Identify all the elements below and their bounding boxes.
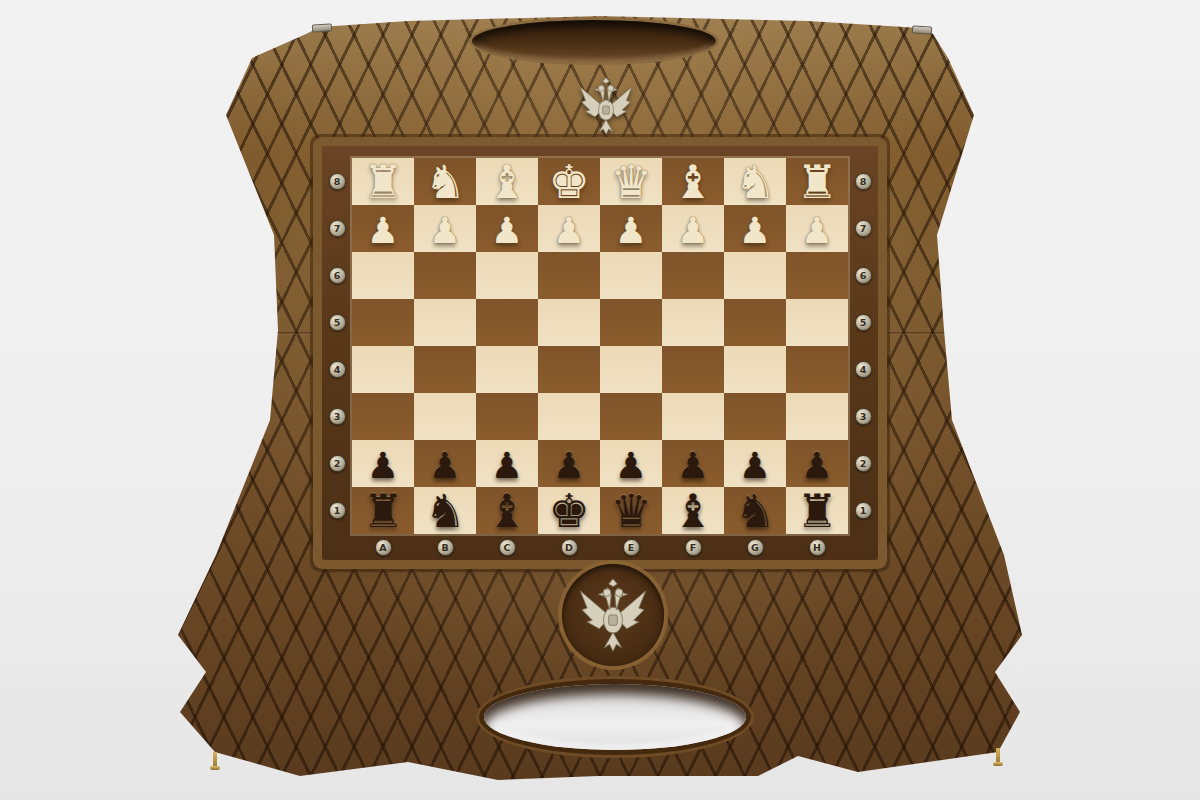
piece-white-bishop-f8[interactable]: ♝ (672, 159, 713, 205)
square-a2[interactable]: ♟ (352, 440, 414, 487)
piece-black-pawn-c2[interactable]: ♟ (491, 448, 523, 484)
brass-latch-pin (213, 752, 217, 767)
rank-label-right-2: 2 (855, 455, 872, 472)
square-d8[interactable]: ♚ (538, 158, 600, 205)
square-f3[interactable] (662, 393, 724, 440)
square-h3[interactable] (786, 393, 848, 440)
square-c8[interactable]: ♝ (476, 158, 538, 205)
square-e7[interactable]: ♟ (600, 205, 662, 252)
square-g1[interactable]: ♞ (724, 487, 786, 534)
piece-black-knight-g1[interactable]: ♞ (734, 488, 775, 534)
square-b5[interactable] (414, 299, 476, 346)
square-f7[interactable]: ♟ (662, 205, 724, 252)
piece-black-bishop-c1[interactable]: ♝ (486, 488, 527, 534)
rank-label-left-5: 5 (329, 314, 346, 331)
file-label-e: E (623, 539, 640, 556)
rank-label-left-2: 2 (329, 455, 346, 472)
square-a5[interactable] (352, 299, 414, 346)
square-b6[interactable] (414, 252, 476, 299)
rank-label-left-6: 6 (329, 267, 346, 284)
square-g7[interactable]: ♟ (724, 205, 786, 252)
rank-label-right-3: 3 (855, 408, 872, 425)
piece-black-rook-h1[interactable]: ♜ (796, 488, 837, 534)
piece-black-pawn-b2[interactable]: ♟ (429, 448, 461, 484)
square-f6[interactable] (662, 252, 724, 299)
square-f8[interactable]: ♝ (662, 158, 724, 205)
piece-white-queen-e8[interactable]: ♛ (610, 159, 651, 205)
square-c7[interactable]: ♟ (476, 205, 538, 252)
square-b7[interactable]: ♟ (414, 205, 476, 252)
piece-black-pawn-h2[interactable]: ♟ (801, 448, 833, 484)
board-grid: ♜♞♝♚♛♝♞♜♟♟♟♟♟♟♟♟♟♟♟♟♟♟♟♟♜♞♝♚♛♝♞♜ (352, 158, 848, 534)
top-handle-recess (472, 20, 716, 62)
file-label-c: C (499, 539, 516, 556)
rank-label-right-1: 1 (855, 502, 872, 519)
rank-label-left-8: 8 (329, 173, 346, 190)
square-c4[interactable] (476, 346, 538, 393)
piece-white-pawn-c7[interactable]: ♟ (491, 213, 523, 249)
piece-black-rook-a1[interactable]: ♜ (362, 488, 403, 534)
square-a8[interactable]: ♜ (352, 158, 414, 205)
square-e1[interactable]: ♛ (600, 487, 662, 534)
file-label-b: B (437, 539, 454, 556)
piece-black-king-d1[interactable]: ♚ (548, 488, 589, 534)
piece-white-bishop-c8[interactable]: ♝ (486, 159, 527, 205)
piece-white-pawn-h7[interactable]: ♟ (801, 213, 833, 249)
square-g8[interactable]: ♞ (724, 158, 786, 205)
piece-white-pawn-f7[interactable]: ♟ (677, 213, 709, 249)
square-b4[interactable] (414, 346, 476, 393)
square-f4[interactable] (662, 346, 724, 393)
piece-white-pawn-g7[interactable]: ♟ (739, 213, 771, 249)
rank-label-right-7: 7 (855, 220, 872, 237)
file-label-h: H (809, 539, 826, 556)
square-h7[interactable]: ♟ (786, 205, 848, 252)
square-c5[interactable] (476, 299, 538, 346)
square-h8[interactable]: ♜ (786, 158, 848, 205)
square-h2[interactable]: ♟ (786, 440, 848, 487)
square-d6[interactable] (538, 252, 600, 299)
rank-label-left-1: 1 (329, 502, 346, 519)
square-g3[interactable] (724, 393, 786, 440)
square-g4[interactable] (724, 346, 786, 393)
rank-label-right-8: 8 (855, 173, 872, 190)
rank-label-left-7: 7 (329, 220, 346, 237)
file-label-a: A (375, 539, 392, 556)
square-c3[interactable] (476, 393, 538, 440)
piece-black-pawn-a2[interactable]: ♟ (367, 448, 399, 484)
square-f1[interactable]: ♝ (662, 487, 724, 534)
piece-black-pawn-g2[interactable]: ♟ (739, 448, 771, 484)
square-e5[interactable] (600, 299, 662, 346)
piece-white-rook-a8[interactable]: ♜ (362, 159, 403, 205)
square-e6[interactable] (600, 252, 662, 299)
square-h4[interactable] (786, 346, 848, 393)
piece-white-knight-g8[interactable]: ♞ (734, 159, 775, 205)
square-b3[interactable] (414, 393, 476, 440)
hinge-icon (912, 25, 933, 34)
square-a4[interactable] (352, 346, 414, 393)
rank-label-right-6: 6 (855, 267, 872, 284)
square-e4[interactable] (600, 346, 662, 393)
piece-black-pawn-e2[interactable]: ♟ (615, 448, 647, 484)
file-label-g: G (747, 539, 764, 556)
square-g6[interactable] (724, 252, 786, 299)
double-headed-eagle-icon (572, 66, 640, 146)
square-d3[interactable] (538, 393, 600, 440)
square-e2[interactable]: ♟ (600, 440, 662, 487)
square-b1[interactable]: ♞ (414, 487, 476, 534)
piece-white-king-d8[interactable]: ♚ (548, 159, 589, 205)
hinge-icon (312, 23, 333, 32)
square-c1[interactable]: ♝ (476, 487, 538, 534)
square-d4[interactable] (538, 346, 600, 393)
piece-black-pawn-d2[interactable]: ♟ (553, 448, 585, 484)
square-f5[interactable] (662, 299, 724, 346)
piece-white-rook-h8[interactable]: ♜ (796, 159, 837, 205)
square-h6[interactable] (786, 252, 848, 299)
square-c2[interactable]: ♟ (476, 440, 538, 487)
file-label-f: F (685, 539, 702, 556)
square-a6[interactable] (352, 252, 414, 299)
square-c6[interactable] (476, 252, 538, 299)
brass-latch-pin (996, 748, 1000, 763)
square-b2[interactable]: ♟ (414, 440, 476, 487)
square-a7[interactable]: ♟ (352, 205, 414, 252)
board-frame: ♜♞♝♚♛♝♞♜♟♟♟♟♟♟♟♟♟♟♟♟♟♟♟♟♜♞♝♚♛♝♞♜ 8765432… (322, 146, 878, 560)
piece-black-queen-e1[interactable]: ♛ (610, 488, 651, 534)
piece-black-bishop-f1[interactable]: ♝ (672, 488, 713, 534)
piece-white-pawn-b7[interactable]: ♟ (429, 213, 461, 249)
square-d7[interactable]: ♟ (538, 205, 600, 252)
piece-white-pawn-e7[interactable]: ♟ (615, 213, 647, 249)
piece-black-knight-b1[interactable]: ♞ (424, 488, 465, 534)
square-a1[interactable]: ♜ (352, 487, 414, 534)
square-e3[interactable] (600, 393, 662, 440)
rank-label-left-3: 3 (329, 408, 346, 425)
square-h5[interactable] (786, 299, 848, 346)
square-f2[interactable]: ♟ (662, 440, 724, 487)
square-d5[interactable] (538, 299, 600, 346)
square-a3[interactable] (352, 393, 414, 440)
rank-label-right-4: 4 (855, 361, 872, 378)
scene: ♜♞♝♚♛♝♞♜♟♟♟♟♟♟♟♟♟♟♟♟♟♟♟♟♜♞♝♚♛♝♞♜ 8765432… (0, 0, 1200, 800)
square-h1[interactable]: ♜ (786, 487, 848, 534)
piece-white-knight-b8[interactable]: ♞ (424, 159, 465, 205)
rank-label-right-5: 5 (855, 314, 872, 331)
square-g2[interactable]: ♟ (724, 440, 786, 487)
bottom-handle-cutout (484, 684, 746, 750)
piece-black-pawn-f2[interactable]: ♟ (677, 448, 709, 484)
piece-white-pawn-d7[interactable]: ♟ (553, 213, 585, 249)
file-label-d: D (561, 539, 578, 556)
square-d1[interactable]: ♚ (538, 487, 600, 534)
square-e8[interactable]: ♛ (600, 158, 662, 205)
rank-label-left-4: 4 (329, 361, 346, 378)
square-g5[interactable] (724, 299, 786, 346)
square-b8[interactable]: ♞ (414, 158, 476, 205)
square-d2[interactable]: ♟ (538, 440, 600, 487)
double-headed-eagle-medallion (562, 564, 664, 666)
piece-white-pawn-a7[interactable]: ♟ (367, 213, 399, 249)
